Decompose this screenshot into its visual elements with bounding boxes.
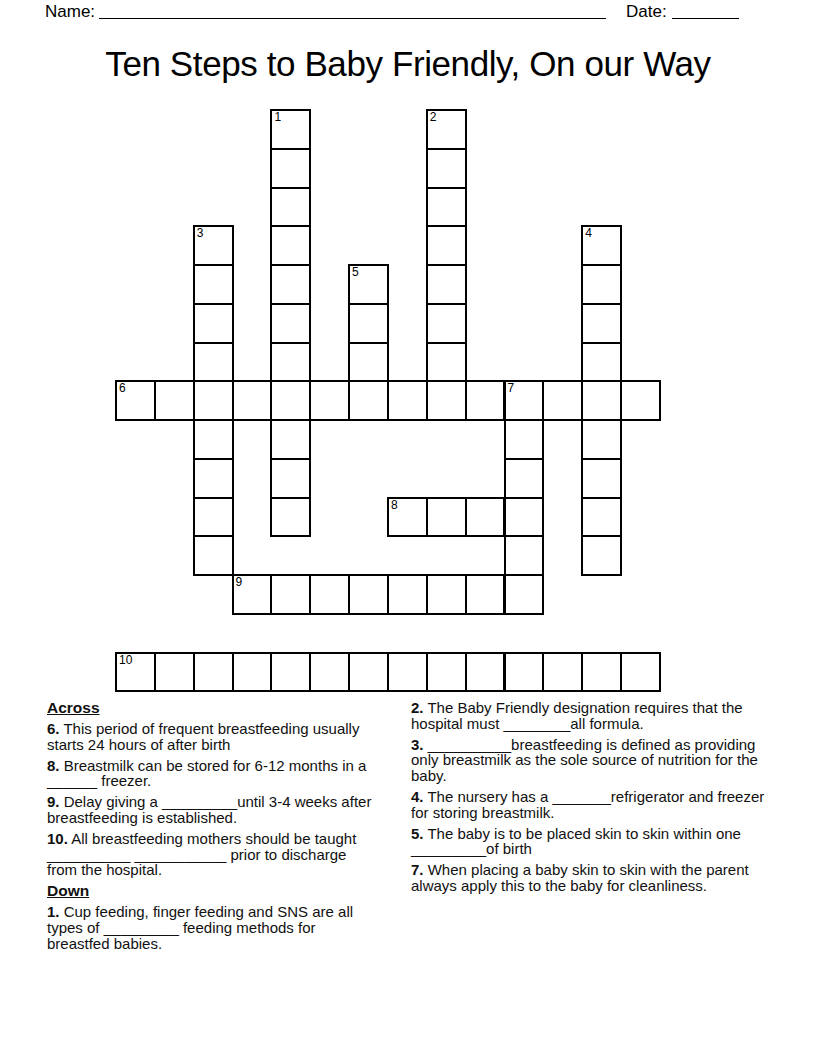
grid-cell-r12c4[interactable] (270, 574, 311, 615)
grid-cell-r11c2[interactable] (193, 535, 234, 576)
grid-cell-r10c4[interactable] (270, 497, 311, 538)
down-clue-3: 3. __________breastfeeding is defined as… (411, 737, 765, 784)
grid-cell-r8c2[interactable] (193, 419, 234, 460)
grid-cell-r12c5[interactable] (309, 574, 350, 615)
cell-number: 9 (236, 576, 243, 589)
grid-cell-r4c4[interactable] (270, 264, 311, 305)
grid-cell-r9c12[interactable] (581, 458, 622, 499)
grid-cell-r0c8[interactable]: 2 (426, 109, 467, 150)
grid-cell-r14c2[interactable] (193, 652, 234, 693)
grid-cell-r14c6[interactable] (348, 652, 389, 693)
grid-cell-r2c8[interactable] (426, 187, 467, 228)
grid-cell-r9c4[interactable] (270, 458, 311, 499)
date-label: Date: (626, 2, 667, 21)
grid-cell-r8c4[interactable] (270, 419, 311, 460)
down-clue-4: 4. The nursery has a _______refrigerator… (411, 789, 765, 821)
grid-cell-r5c4[interactable] (270, 303, 311, 344)
grid-cell-r5c12[interactable] (581, 303, 622, 344)
cell-number: 6 (119, 382, 126, 395)
grid-cell-r14c8[interactable] (426, 652, 467, 693)
date-blank-line (672, 0, 739, 19)
across-heading: Across (47, 700, 100, 716)
grid-cell-r9c10[interactable] (504, 458, 545, 499)
grid-cell-r8c12[interactable] (581, 419, 622, 460)
grid-cell-r6c6[interactable] (348, 342, 389, 383)
cell-number: 4 (585, 227, 592, 240)
clue-number-label: 10. (47, 830, 68, 847)
grid-cell-r7c2[interactable] (193, 380, 234, 421)
grid-cell-r14c3[interactable] (232, 652, 273, 693)
across-clue-6: 6. This period of frequent breastfeeding… (47, 721, 380, 753)
clue-number-label: 6. (47, 720, 60, 737)
clue-number-label: 2. (411, 699, 424, 716)
grid-cell-r7c7[interactable] (387, 380, 428, 421)
grid-cell-r1c4[interactable] (270, 148, 311, 189)
grid-cell-r10c9[interactable] (465, 497, 506, 538)
grid-cell-r3c8[interactable] (426, 225, 467, 266)
grid-cell-r1c8[interactable] (426, 148, 467, 189)
grid-cell-r9c2[interactable] (193, 458, 234, 499)
grid-cell-r0c4[interactable]: 1 (270, 109, 311, 150)
grid-cell-r7c6[interactable] (348, 380, 389, 421)
grid-cell-r7c11[interactable] (542, 380, 583, 421)
down-clue-5: 5. The baby is to be placed skin to skin… (411, 826, 765, 858)
across-clues-list: 6. This period of frequent breastfeeding… (47, 721, 380, 878)
clues-left-column: Across 6. This period of frequent breast… (47, 700, 380, 957)
down-clue-7: 7. When placing a baby skin to skin with… (411, 862, 765, 894)
grid-cell-r14c1[interactable] (154, 652, 195, 693)
clue-number-label: 8. (47, 757, 60, 774)
grid-cell-r7c1[interactable] (154, 380, 195, 421)
grid-cell-r5c2[interactable] (193, 303, 234, 344)
grid-cell-r11c12[interactable] (581, 535, 622, 576)
grid-cell-r12c9[interactable] (465, 574, 506, 615)
crossword-grid: 12345678910 (116, 110, 661, 692)
grid-cell-r4c2[interactable] (193, 264, 234, 305)
grid-cell-r2c4[interactable] (270, 187, 311, 228)
grid-cell-r10c10[interactable] (504, 497, 545, 538)
grid-cell-r7c5[interactable] (309, 380, 350, 421)
grid-cell-r10c8[interactable] (426, 497, 467, 538)
clue-number-label: 4. (411, 788, 424, 805)
down-clue-1: 1. Cup feeding, finger feeding and SNS a… (47, 904, 380, 951)
grid-cell-r12c3[interactable]: 9 (232, 574, 273, 615)
grid-cell-r14c0[interactable]: 10 (115, 652, 156, 693)
grid-cell-r7c8[interactable] (426, 380, 467, 421)
grid-cell-r14c12[interactable] (581, 652, 622, 693)
grid-cell-r14c10[interactable] (504, 652, 545, 693)
grid-cell-r10c2[interactable] (193, 497, 234, 538)
grid-cell-r7c0[interactable]: 6 (115, 380, 156, 421)
cell-number: 3 (197, 227, 204, 240)
grid-cell-r4c8[interactable] (426, 264, 467, 305)
grid-cell-r7c10[interactable]: 7 (504, 380, 545, 421)
grid-cell-r7c9[interactable] (465, 380, 506, 421)
grid-cell-r7c3[interactable] (232, 380, 273, 421)
grid-cell-r5c8[interactable] (426, 303, 467, 344)
clue-number-label: 9. (47, 793, 60, 810)
grid-cell-r12c10[interactable] (504, 574, 545, 615)
grid-cell-r3c12[interactable]: 4 (581, 225, 622, 266)
grid-cell-r12c6[interactable] (348, 574, 389, 615)
grid-cell-r3c4[interactable] (270, 225, 311, 266)
down-clue-2: 2. The Baby Friendly designation require… (411, 700, 765, 732)
grid-cell-r14c9[interactable] (465, 652, 506, 693)
cell-number: 5 (352, 266, 359, 279)
across-clue-9: 9. Delay giving a _________until 3-4 wee… (47, 794, 380, 826)
grid-cell-r12c8[interactable] (426, 574, 467, 615)
cell-number: 7 (508, 382, 515, 395)
down-clues-list-right: 2. The Baby Friendly designation require… (411, 700, 765, 894)
name-label: Name: (45, 2, 95, 21)
grid-cell-r14c5[interactable] (309, 652, 350, 693)
cell-number: 2 (430, 111, 437, 124)
grid-cell-r7c4[interactable] (270, 380, 311, 421)
grid-cell-r6c12[interactable] (581, 342, 622, 383)
clue-number-label: 1. (47, 903, 60, 920)
grid-cell-r4c6[interactable]: 5 (348, 264, 389, 305)
grid-cell-r14c4[interactable] (270, 652, 311, 693)
clues-right-column: 2. The Baby Friendly designation require… (411, 700, 765, 899)
cell-number: 8 (391, 499, 398, 512)
clue-number-label: 5. (411, 825, 424, 842)
down-heading: Down (47, 883, 89, 899)
grid-cell-r14c13[interactable] (620, 652, 661, 693)
clue-number-label: 3. (411, 736, 424, 753)
grid-cell-r6c2[interactable] (193, 342, 234, 383)
grid-cell-r7c13[interactable] (620, 380, 661, 421)
grid-cell-r5c6[interactable] (348, 303, 389, 344)
across-clue-10: 10. All breastfeeding mothers should be … (47, 831, 380, 878)
grid-cell-r7c12[interactable] (581, 380, 622, 421)
grid-cell-r12c7[interactable] (387, 574, 428, 615)
page-title: Ten Steps to Baby Friendly, On our Way (0, 44, 816, 84)
down-clues-list-left: 1. Cup feeding, finger feeding and SNS a… (47, 904, 380, 951)
grid-cell-r3c2[interactable]: 3 (193, 225, 234, 266)
cell-number: 1 (274, 111, 281, 124)
grid-cell-r11c10[interactable] (504, 535, 545, 576)
grid-cell-r14c11[interactable] (542, 652, 583, 693)
grid-cell-r10c12[interactable] (581, 497, 622, 538)
clue-number-label: 7. (411, 861, 424, 878)
across-clue-8: 8. Breastmilk can be stored for 6-12 mon… (47, 758, 380, 790)
grid-cell-r4c12[interactable] (581, 264, 622, 305)
cell-number: 10 (119, 654, 132, 667)
grid-cell-r10c7[interactable]: 8 (387, 497, 428, 538)
grid-cell-r6c8[interactable] (426, 342, 467, 383)
name-blank-line (99, 0, 606, 19)
grid-cell-r14c7[interactable] (387, 652, 428, 693)
grid-cell-r8c10[interactable] (504, 419, 545, 460)
grid-cell-r6c4[interactable] (270, 342, 311, 383)
